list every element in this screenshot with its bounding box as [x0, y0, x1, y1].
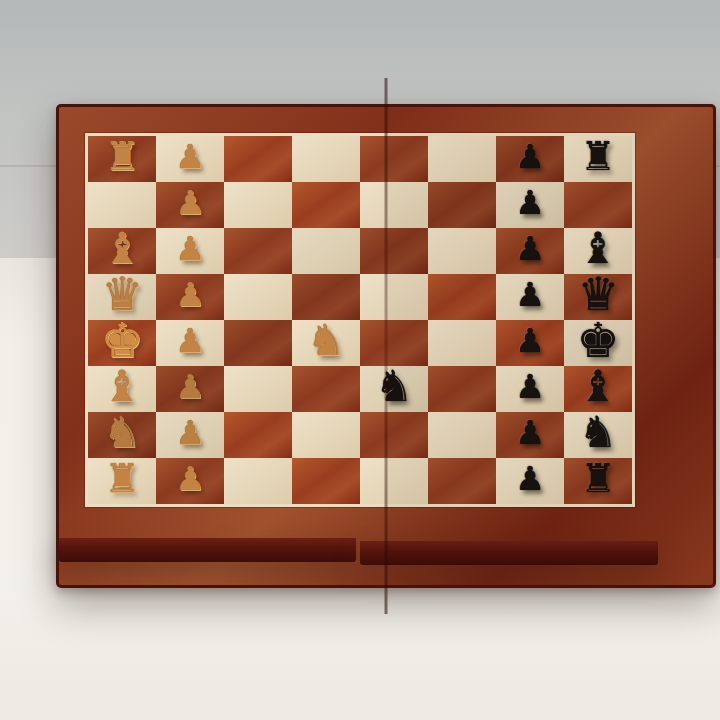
black-pawn-b7: ♟: [496, 179, 564, 225]
chess-set-photo: ♜♟♟♜♟♟♝♟♟♝♛♟♟♛♚♟♞♟♚♝♟♞♟♝♞♟♟♞♜♟♟♜: [0, 0, 720, 720]
white-bishop-f1: ♝: [88, 363, 156, 409]
square-e7: ♟: [496, 320, 564, 366]
square-g8: ♞: [564, 412, 632, 458]
box-side-left-half: [59, 538, 356, 562]
white-queen-d1: ♛: [88, 271, 156, 317]
square-f6: [428, 366, 496, 412]
white-rook-a1: ♜: [88, 133, 156, 179]
white-knight-e4: ♞: [292, 317, 360, 363]
square-e4: ♞: [292, 320, 360, 366]
board-frame: ♜♟♟♜♟♟♝♟♟♝♛♟♟♛♚♟♞♟♚♝♟♞♟♝♞♟♟♞♜♟♟♜: [56, 104, 716, 588]
black-knight-f5: ♞: [360, 363, 428, 409]
black-king-e8: ♚: [564, 317, 632, 363]
black-pawn-h7: ♟: [496, 455, 564, 501]
white-pawn-e2: ♟: [156, 317, 224, 363]
square-d8: ♛: [564, 274, 632, 320]
square-c4: [292, 228, 360, 274]
square-c1: ♝: [88, 228, 156, 274]
black-rook-h8: ♜: [564, 455, 632, 501]
black-pawn-f7: ♟: [496, 363, 564, 409]
square-a7: ♟: [496, 136, 564, 182]
square-f3: [224, 366, 292, 412]
black-bishop-c8: ♝: [564, 225, 632, 271]
square-c7: ♟: [496, 228, 564, 274]
square-d3: [224, 274, 292, 320]
square-f5: ♞: [360, 366, 428, 412]
square-b1: [88, 182, 156, 228]
square-g2: ♟: [156, 412, 224, 458]
white-rook-h1: ♜: [88, 455, 156, 501]
square-a4: [292, 136, 360, 182]
square-h6: [428, 458, 496, 504]
square-b8: [564, 182, 632, 228]
white-pawn-c2: ♟: [156, 225, 224, 271]
square-d4: [292, 274, 360, 320]
square-f8: ♝: [564, 366, 632, 412]
square-a5: [360, 136, 428, 182]
black-pawn-a7: ♟: [496, 133, 564, 179]
black-pawn-e7: ♟: [496, 317, 564, 363]
square-b3: [224, 182, 292, 228]
square-d7: ♟: [496, 274, 564, 320]
square-g5: [360, 412, 428, 458]
black-pawn-d7: ♟: [496, 271, 564, 317]
square-c2: ♟: [156, 228, 224, 274]
square-e1: ♚: [88, 320, 156, 366]
black-rook-a8: ♜: [564, 133, 632, 179]
square-g4: [292, 412, 360, 458]
square-f7: ♟: [496, 366, 564, 412]
white-pawn-f2: ♟: [156, 363, 224, 409]
square-g1: ♞: [88, 412, 156, 458]
square-e2: ♟: [156, 320, 224, 366]
white-pawn-a2: ♟: [156, 133, 224, 179]
square-a2: ♟: [156, 136, 224, 182]
white-bishop-c1: ♝: [88, 225, 156, 271]
square-a3: [224, 136, 292, 182]
square-e5: [360, 320, 428, 366]
square-g6: [428, 412, 496, 458]
white-pawn-h2: ♟: [156, 455, 224, 501]
square-f2: ♟: [156, 366, 224, 412]
square-h7: ♟: [496, 458, 564, 504]
square-a6: [428, 136, 496, 182]
square-g7: ♟: [496, 412, 564, 458]
square-e6: [428, 320, 496, 366]
square-b4: [292, 182, 360, 228]
square-g3: [224, 412, 292, 458]
square-h5: [360, 458, 428, 504]
square-c6: [428, 228, 496, 274]
square-d6: [428, 274, 496, 320]
square-f4: [292, 366, 360, 412]
chess-board: ♜♟♟♜♟♟♝♟♟♝♛♟♟♛♚♟♞♟♚♝♟♞♟♝♞♟♟♞♜♟♟♜: [56, 104, 664, 578]
black-bishop-f8: ♝: [564, 363, 632, 409]
black-knight-g8: ♞: [564, 409, 632, 455]
square-b2: ♟: [156, 182, 224, 228]
square-a8: ♜: [564, 136, 632, 182]
box-side-right-half: [360, 541, 658, 565]
white-knight-g1: ♞: [88, 409, 156, 455]
board-grid: ♜♟♟♜♟♟♝♟♟♝♛♟♟♛♚♟♞♟♚♝♟♞♟♝♞♟♟♞♜♟♟♜: [88, 136, 632, 504]
square-c3: [224, 228, 292, 274]
white-pawn-d2: ♟: [156, 271, 224, 317]
black-pawn-g7: ♟: [496, 409, 564, 455]
square-d2: ♟: [156, 274, 224, 320]
white-pawn-g2: ♟: [156, 409, 224, 455]
square-d5: [360, 274, 428, 320]
square-h2: ♟: [156, 458, 224, 504]
square-h4: [292, 458, 360, 504]
white-king-e1: ♚: [88, 317, 156, 363]
square-h1: ♜: [88, 458, 156, 504]
square-h3: [224, 458, 292, 504]
square-e8: ♚: [564, 320, 632, 366]
square-a1: ♜: [88, 136, 156, 182]
square-f1: ♝: [88, 366, 156, 412]
square-b7: ♟: [496, 182, 564, 228]
square-b5: [360, 182, 428, 228]
square-e3: [224, 320, 292, 366]
board-border-line: ♜♟♟♜♟♟♝♟♟♝♛♟♟♛♚♟♞♟♚♝♟♞♟♝♞♟♟♞♜♟♟♜: [85, 133, 635, 507]
black-pawn-c7: ♟: [496, 225, 564, 271]
square-h8: ♜: [564, 458, 632, 504]
square-b6: [428, 182, 496, 228]
square-c5: [360, 228, 428, 274]
black-queen-d8: ♛: [564, 271, 632, 317]
white-pawn-b2: ♟: [156, 179, 224, 225]
